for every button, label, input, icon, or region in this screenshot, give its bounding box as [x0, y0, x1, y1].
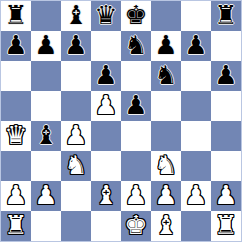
square-b8[interactable]	[31, 1, 61, 31]
black-king-icon[interactable]: ♚	[124, 2, 147, 28]
square-d6[interactable]: ♟	[91, 61, 121, 91]
white-pawn-icon[interactable]: ♟	[184, 182, 207, 208]
square-f5[interactable]	[151, 91, 181, 121]
square-a3[interactable]	[1, 151, 31, 181]
square-g6[interactable]	[181, 61, 211, 91]
white-bishop-icon[interactable]: ♝	[94, 182, 117, 208]
square-a1[interactable]: ♜	[1, 211, 31, 241]
square-h3[interactable]	[211, 151, 241, 181]
black-rook-icon[interactable]: ♜	[4, 2, 27, 28]
square-d2[interactable]: ♝	[91, 181, 121, 211]
square-e3[interactable]	[121, 151, 151, 181]
square-d7[interactable]	[91, 31, 121, 61]
black-pawn-icon[interactable]: ♟	[154, 32, 177, 58]
square-a2[interactable]: ♟	[1, 181, 31, 211]
square-f1[interactable]: ♝	[151, 211, 181, 241]
square-g7[interactable]: ♟	[181, 31, 211, 61]
white-rook-icon[interactable]: ♜	[4, 212, 27, 238]
black-bishop-icon[interactable]: ♝	[34, 122, 57, 148]
black-pawn-icon[interactable]: ♟	[214, 62, 237, 88]
square-g5[interactable]	[181, 91, 211, 121]
square-f2[interactable]: ♟	[151, 181, 181, 211]
square-f6[interactable]: ♞	[151, 61, 181, 91]
square-d5[interactable]: ♟	[91, 91, 121, 121]
square-g8[interactable]	[181, 1, 211, 31]
black-pawn-icon[interactable]: ♟	[4, 32, 27, 58]
black-rook-icon[interactable]: ♜	[214, 2, 237, 28]
square-a6[interactable]	[1, 61, 31, 91]
black-pawn-icon[interactable]: ♟	[64, 32, 87, 58]
black-pawn-icon[interactable]: ♟	[94, 62, 117, 88]
square-e5[interactable]: ♟	[121, 91, 151, 121]
square-b6[interactable]	[31, 61, 61, 91]
white-pawn-icon[interactable]: ♟	[124, 182, 147, 208]
white-pawn-icon[interactable]: ♟	[4, 182, 27, 208]
square-g4[interactable]	[181, 121, 211, 151]
square-a8[interactable]: ♜	[1, 1, 31, 31]
square-c8[interactable]: ♝	[61, 1, 91, 31]
square-h4[interactable]	[211, 121, 241, 151]
square-c6[interactable]	[61, 61, 91, 91]
square-h7[interactable]	[211, 31, 241, 61]
square-e1[interactable]: ♚	[121, 211, 151, 241]
white-pawn-icon[interactable]: ♟	[34, 182, 57, 208]
square-f7[interactable]: ♟	[151, 31, 181, 61]
black-knight-icon[interactable]: ♞	[124, 32, 147, 58]
white-queen-icon[interactable]: ♛	[4, 122, 27, 148]
square-b4[interactable]: ♝	[31, 121, 61, 151]
black-knight-icon[interactable]: ♞	[154, 62, 177, 88]
square-f8[interactable]	[151, 1, 181, 31]
square-e8[interactable]: ♚	[121, 1, 151, 31]
square-e6[interactable]	[121, 61, 151, 91]
square-d3[interactable]	[91, 151, 121, 181]
square-f4[interactable]	[151, 121, 181, 151]
square-c1[interactable]	[61, 211, 91, 241]
square-e7[interactable]: ♞	[121, 31, 151, 61]
square-e4[interactable]	[121, 121, 151, 151]
black-queen-icon[interactable]: ♛	[94, 2, 117, 28]
square-f3[interactable]: ♞	[151, 151, 181, 181]
square-h1[interactable]: ♜	[211, 211, 241, 241]
white-pawn-icon[interactable]: ♟	[64, 122, 87, 148]
square-a4[interactable]: ♛	[1, 121, 31, 151]
white-pawn-icon[interactable]: ♟	[154, 182, 177, 208]
square-h6[interactable]: ♟	[211, 61, 241, 91]
square-g2[interactable]: ♟	[181, 181, 211, 211]
square-c5[interactable]	[61, 91, 91, 121]
square-b2[interactable]: ♟	[31, 181, 61, 211]
white-bishop-icon[interactable]: ♝	[154, 212, 177, 238]
chess-board: ♜♝♛♚♜♟♟♟♞♟♟♟♞♟♟♟♛♝♟♞♞♟♟♝♟♟♟♟♜♚♝♜	[0, 0, 242, 242]
white-knight-icon[interactable]: ♞	[64, 152, 87, 178]
square-d1[interactable]	[91, 211, 121, 241]
square-a7[interactable]: ♟	[1, 31, 31, 61]
square-g1[interactable]	[181, 211, 211, 241]
square-c3[interactable]: ♞	[61, 151, 91, 181]
square-h8[interactable]: ♜	[211, 1, 241, 31]
black-pawn-icon[interactable]: ♟	[124, 92, 147, 118]
square-e2[interactable]: ♟	[121, 181, 151, 211]
square-b5[interactable]	[31, 91, 61, 121]
square-c7[interactable]: ♟	[61, 31, 91, 61]
square-h5[interactable]	[211, 91, 241, 121]
white-pawn-icon[interactable]: ♟	[214, 182, 237, 208]
black-pawn-icon[interactable]: ♟	[184, 32, 207, 58]
square-d4[interactable]	[91, 121, 121, 151]
white-king-icon[interactable]: ♚	[124, 212, 147, 238]
square-h2[interactable]: ♟	[211, 181, 241, 211]
square-c2[interactable]	[61, 181, 91, 211]
square-b7[interactable]: ♟	[31, 31, 61, 61]
black-pawn-icon[interactable]: ♟	[34, 32, 57, 58]
square-b3[interactable]	[31, 151, 61, 181]
square-b1[interactable]	[31, 211, 61, 241]
white-knight-icon[interactable]: ♞	[154, 152, 177, 178]
white-pawn-icon[interactable]: ♟	[94, 92, 117, 118]
square-g3[interactable]	[181, 151, 211, 181]
square-a5[interactable]	[1, 91, 31, 121]
white-rook-icon[interactable]: ♜	[214, 212, 237, 238]
square-d8[interactable]: ♛	[91, 1, 121, 31]
square-c4[interactable]: ♟	[61, 121, 91, 151]
black-bishop-icon[interactable]: ♝	[64, 2, 87, 28]
